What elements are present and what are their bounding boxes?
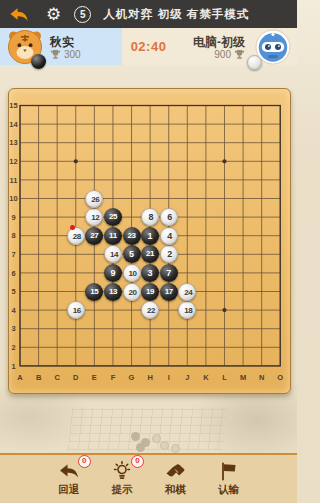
gear-icon: ⚙: [46, 5, 61, 24]
draw-button[interactable]: 和棋: [152, 455, 198, 503]
stone-white-h9: 8: [141, 208, 159, 226]
stone-white-e9: 12: [85, 208, 103, 226]
back-arrow-icon: [8, 5, 30, 23]
hint-button[interactable]: 0 提示: [99, 455, 145, 503]
stone-white-i7: 2: [160, 245, 178, 263]
stone-black-e5: 15: [85, 283, 103, 301]
black-stone-indicator: [31, 54, 46, 69]
white-player-rating: 900: [214, 49, 245, 60]
lightbulb-icon: [111, 460, 133, 481]
stone-black-f9: 25: [104, 208, 122, 226]
gomoku-app: ⚙ 5 人机对弈 初级 有禁手模式 秋实: [0, 0, 297, 503]
stone-black-h6: 3: [141, 264, 159, 282]
stone-white-g6: 10: [123, 264, 141, 282]
stone-black-f5: 13: [104, 283, 122, 301]
undo-arrow-icon: [58, 461, 80, 480]
stone-black-g8: 23: [123, 227, 141, 245]
undo-label: 回退: [58, 483, 79, 497]
bottom-bar: 0 回退 0: [0, 453, 297, 503]
hint-count-badge: 0: [131, 455, 144, 468]
stone-black-e8: 27: [85, 227, 103, 245]
stone-black-g7: 5: [123, 245, 141, 263]
handshake-icon: [164, 461, 186, 481]
stone-white-g5: 20: [123, 283, 141, 301]
background-art: [0, 392, 297, 453]
trophy-icon: [234, 49, 245, 60]
undo-count-badge: 0: [78, 455, 91, 468]
stone-white-e10: 26: [85, 190, 103, 208]
player-bar: 秋实 300 02:40 电脑-初级 900: [0, 28, 297, 65]
top-bar: ⚙ 5 人机对弈 初级 有禁手模式: [0, 0, 297, 28]
stone-white-i8: 4: [160, 227, 178, 245]
stone-black-f6: 9: [104, 264, 122, 282]
stone-white-f7: 14: [104, 245, 122, 263]
circle-5-badge: 5: [74, 6, 91, 23]
stone-black-h5: 19: [141, 283, 159, 301]
stone-black-i5: 17: [160, 283, 178, 301]
stones-layer: 1234567891011121314151617181920212223242…: [9, 89, 290, 393]
stone-white-j5: 24: [178, 283, 196, 301]
resign-label: 认输: [218, 483, 239, 497]
white-stone-indicator: [247, 55, 262, 70]
draw-label: 和棋: [165, 483, 186, 497]
stone-black-i6: 7: [160, 264, 178, 282]
game-timer: 02:40: [0, 39, 297, 54]
resign-button[interactable]: 认输: [205, 455, 251, 503]
stone-white-i9: 6: [160, 208, 178, 226]
back-button[interactable]: [8, 4, 32, 24]
stone-white-d8: 28: [67, 227, 85, 245]
stone-white-h4: 22: [141, 301, 159, 319]
hint-label: 提示: [111, 483, 132, 497]
undo-button[interactable]: 0 回退: [46, 455, 92, 503]
stone-black-f8: 11: [104, 227, 122, 245]
last-move-marker: [70, 225, 75, 230]
flag-icon: [218, 461, 238, 481]
gomoku-board[interactable]: 15A14B13C12D11E10F9G8H7I6J5K4L3M2N1O 123…: [8, 88, 291, 394]
stone-black-h8: 1: [141, 227, 159, 245]
stone-black-h7: 21: [141, 245, 159, 263]
stone-white-j4: 18: [178, 301, 196, 319]
settings-button[interactable]: ⚙: [46, 6, 61, 23]
white-rating-value: 900: [214, 49, 231, 60]
stone-white-d4: 16: [67, 301, 85, 319]
top-bar-title: 人机对弈 初级 有禁手模式: [103, 7, 249, 22]
